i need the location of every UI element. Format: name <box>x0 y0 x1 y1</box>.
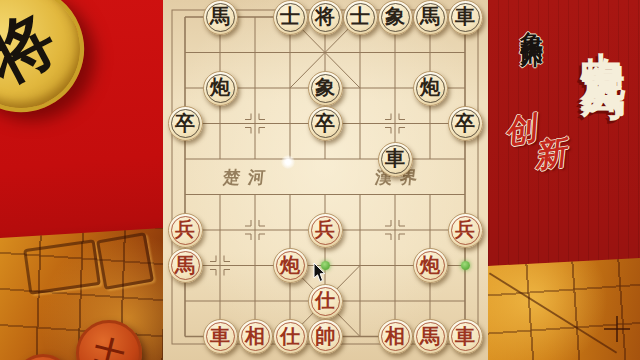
piece-glyph: 帥 <box>315 326 335 346</box>
board-point-2-8[interactable] <box>238 283 273 319</box>
piece-red-advisor[interactable]: 仕 <box>308 284 343 319</box>
board-point-0-5[interactable] <box>168 177 203 213</box>
board-point-7-6[interactable] <box>413 212 448 248</box>
decor-general-piece: 将 <box>0 0 103 131</box>
board-point-8-9[interactable]: 車 <box>448 319 483 355</box>
board-point-8-0[interactable]: 車 <box>448 0 483 35</box>
board-point-1-7[interactable] <box>203 248 238 284</box>
piece-glyph: 卒 <box>315 113 335 133</box>
piece-glyph: 馬 <box>210 6 230 26</box>
piece-glyph: 象 <box>315 77 335 97</box>
move-hint-dot[interactable] <box>461 261 470 270</box>
piece-red-soldier[interactable]: 兵 <box>168 213 203 248</box>
board-point-6-4[interactable]: 車 <box>378 141 413 177</box>
board-point-6-0[interactable]: 象 <box>378 0 413 35</box>
piece-glyph: 士 <box>350 6 370 26</box>
piece-glyph: 馬 <box>175 255 195 275</box>
board-point-6-8[interactable] <box>378 283 413 319</box>
board-point-5-3[interactable] <box>343 106 378 142</box>
sparkle-effect <box>281 155 295 169</box>
board-point-1-2[interactable]: 炮 <box>203 70 238 106</box>
piece-red-cannon[interactable]: 炮 <box>413 248 448 283</box>
board-point-5-7[interactable] <box>343 248 378 284</box>
app-window: 将 士 楚河 漢界 馬士将士象馬車炮象炮卒卒卒車兵兵兵馬炮炮仕車相仕帥相馬車 象… <box>0 0 640 360</box>
board-point-3-0[interactable]: 士 <box>273 0 308 35</box>
piece-black-soldier[interactable]: 卒 <box>448 106 483 141</box>
board-point-0-8[interactable] <box>168 283 203 319</box>
board-point-0-4[interactable] <box>168 141 203 177</box>
piece-glyph: 相 <box>245 326 265 346</box>
board-point-6-5[interactable] <box>378 177 413 213</box>
board-photo-left: 士 <box>0 226 163 360</box>
board-point-0-9[interactable] <box>168 319 203 355</box>
board-point-5-2[interactable] <box>343 70 378 106</box>
board-point-8-3[interactable]: 卒 <box>448 106 483 142</box>
board-point-4-1[interactable] <box>308 35 343 71</box>
board-point-5-1[interactable] <box>343 35 378 71</box>
board-point-1-1[interactable] <box>203 35 238 71</box>
piece-glyph: 車 <box>385 148 405 168</box>
board-point-8-4[interactable] <box>448 141 483 177</box>
piece-black-chariot[interactable]: 車 <box>448 0 483 35</box>
board-point-7-9[interactable]: 馬 <box>413 319 448 355</box>
board-point-8-5[interactable] <box>448 177 483 213</box>
board-point-3-5[interactable] <box>273 177 308 213</box>
piece-glyph: 兵 <box>175 219 195 239</box>
board-point-8-1[interactable] <box>448 35 483 71</box>
board-point-2-5[interactable] <box>238 177 273 213</box>
piece-glyph: 炮 <box>210 77 230 97</box>
board-point-4-3[interactable]: 卒 <box>308 106 343 142</box>
piece-glyph: 相 <box>385 326 405 346</box>
board-point-2-2[interactable] <box>238 70 273 106</box>
piece-glyph: 卒 <box>455 113 475 133</box>
calligraphy-char-2: 新 <box>532 136 568 172</box>
photo-star-marker <box>604 316 630 342</box>
episode-title: 中炮对屏风马 <box>578 16 628 52</box>
board-point-2-1[interactable] <box>238 35 273 71</box>
board-point-5-0[interactable]: 士 <box>343 0 378 35</box>
piece-black-cannon[interactable]: 炮 <box>203 71 238 106</box>
board-point-4-9[interactable]: 帥 <box>308 319 343 355</box>
piece-glyph: 車 <box>455 6 475 26</box>
piece-black-chariot[interactable]: 車 <box>378 142 413 177</box>
piece-glyph: 士 <box>280 6 300 26</box>
piece-glyph: 兵 <box>455 219 475 239</box>
piece-glyph: 将 <box>315 6 335 26</box>
board-point-6-6[interactable] <box>378 212 413 248</box>
board-point-8-2[interactable] <box>448 70 483 106</box>
piece-red-advisor[interactable]: 仕 <box>273 319 308 354</box>
board-photo-right <box>488 258 640 360</box>
board-point-2-4[interactable] <box>238 141 273 177</box>
mouse-cursor-icon <box>313 263 327 283</box>
board-point-2-9[interactable]: 相 <box>238 319 273 355</box>
left-decor-panel: 将 士 <box>0 0 163 360</box>
piece-black-advisor[interactable]: 士 <box>343 0 378 35</box>
board-point-7-1[interactable] <box>413 35 448 71</box>
piece-glyph: 兵 <box>315 219 335 239</box>
board-point-0-3[interactable]: 卒 <box>168 106 203 142</box>
board-point-6-1[interactable] <box>378 35 413 71</box>
board-point-3-6[interactable] <box>273 212 308 248</box>
board-point-0-2[interactable] <box>168 70 203 106</box>
board-point-6-7[interactable] <box>378 248 413 284</box>
board-point-6-9[interactable]: 相 <box>378 319 413 355</box>
board-point-6-3[interactable] <box>378 106 413 142</box>
board-point-8-6[interactable]: 兵 <box>448 212 483 248</box>
board-point-0-6[interactable]: 兵 <box>168 212 203 248</box>
board-point-3-7[interactable]: 炮 <box>273 248 308 284</box>
piece-red-cannon[interactable]: 炮 <box>273 248 308 283</box>
piece-glyph: 車 <box>455 326 475 346</box>
board-point-5-5[interactable] <box>343 177 378 213</box>
board-point-1-0[interactable]: 馬 <box>203 0 238 35</box>
decor-red-piece-char: 士 <box>89 329 128 360</box>
piece-glyph: 炮 <box>420 77 440 97</box>
piece-black-horse[interactable]: 馬 <box>203 0 238 35</box>
piece-red-soldier[interactable]: 兵 <box>448 213 483 248</box>
board-point-3-9[interactable]: 仕 <box>273 319 308 355</box>
board-point-7-0[interactable]: 馬 <box>413 0 448 35</box>
piece-black-cannon[interactable]: 炮 <box>413 71 448 106</box>
board-point-7-3[interactable] <box>413 106 448 142</box>
board-point-1-3[interactable] <box>203 106 238 142</box>
board-point-2-6[interactable] <box>238 212 273 248</box>
board-point-2-3[interactable] <box>238 106 273 142</box>
piece-glyph: 炮 <box>420 255 440 275</box>
piece-black-advisor[interactable]: 士 <box>273 0 308 35</box>
board-point-4-6[interactable]: 兵 <box>308 212 343 248</box>
piece-black-elephant[interactable]: 象 <box>378 0 413 35</box>
board-point-3-1[interactable] <box>273 35 308 71</box>
board-point-7-5[interactable] <box>413 177 448 213</box>
piece-red-horse[interactable]: 馬 <box>168 248 203 283</box>
piece-glyph: 馬 <box>420 326 440 346</box>
piece-glyph: 炮 <box>280 255 300 275</box>
xiangqi-board: 楚河 漢界 馬士将士象馬車炮象炮卒卒卒車兵兵兵馬炮炮仕車相仕帥相馬車 <box>163 0 488 360</box>
board-point-1-4[interactable] <box>203 141 238 177</box>
board-grid: 馬士将士象馬車炮象炮卒卒卒車兵兵兵馬炮炮仕車相仕帥相馬車 <box>168 0 483 354</box>
piece-glyph: 象 <box>385 6 405 26</box>
board-point-4-5[interactable] <box>308 177 343 213</box>
board-point-4-8[interactable]: 仕 <box>308 283 343 319</box>
piece-black-horse[interactable]: 馬 <box>413 0 448 35</box>
board-point-1-5[interactable] <box>203 177 238 213</box>
board-point-1-8[interactable] <box>203 283 238 319</box>
board-point-7-4[interactable] <box>413 141 448 177</box>
board-point-3-3[interactable] <box>273 106 308 142</box>
piece-black-elephant[interactable]: 象 <box>308 71 343 106</box>
board-point-5-4[interactable] <box>343 141 378 177</box>
board-point-0-1[interactable] <box>168 35 203 71</box>
piece-red-soldier[interactable]: 兵 <box>308 213 343 248</box>
board-point-1-9[interactable]: 車 <box>203 319 238 355</box>
piece-glyph: 卒 <box>175 113 195 133</box>
decor-general-char: 将 <box>0 4 66 93</box>
board-point-6-2[interactable] <box>378 70 413 106</box>
board-point-5-8[interactable] <box>343 283 378 319</box>
brand-text: 象棋大师 <box>516 12 547 32</box>
piece-glyph: 仕 <box>315 290 335 310</box>
board-point-1-6[interactable] <box>203 212 238 248</box>
piece-glyph: 仕 <box>280 326 300 346</box>
piece-glyph: 馬 <box>420 6 440 26</box>
board-point-7-2[interactable]: 炮 <box>413 70 448 106</box>
photo-grid-lines <box>488 258 640 360</box>
piece-red-chariot[interactable]: 車 <box>448 319 483 354</box>
piece-red-chariot[interactable]: 車 <box>203 319 238 354</box>
board-point-4-2[interactable]: 象 <box>308 70 343 106</box>
piece-red-horse[interactable]: 馬 <box>413 319 448 354</box>
board-point-3-2[interactable] <box>273 70 308 106</box>
board-point-2-7[interactable] <box>238 248 273 284</box>
board-point-4-0[interactable]: 将 <box>308 0 343 35</box>
piece-glyph: 車 <box>210 326 230 346</box>
board-point-0-7[interactable]: 馬 <box>168 248 203 284</box>
board-point-2-0[interactable] <box>238 0 273 35</box>
board-point-7-8[interactable] <box>413 283 448 319</box>
board-point-3-8[interactable] <box>273 283 308 319</box>
piece-black-soldier[interactable]: 卒 <box>168 106 203 141</box>
board-point-7-7[interactable]: 炮 <box>413 248 448 284</box>
piece-black-soldier[interactable]: 卒 <box>308 106 343 141</box>
piece-red-general[interactable]: 帥 <box>308 319 343 354</box>
board-point-4-4[interactable] <box>308 141 343 177</box>
piece-red-elephant[interactable]: 相 <box>238 319 273 354</box>
board-point-8-8[interactable] <box>448 283 483 319</box>
board-point-5-9[interactable] <box>343 319 378 355</box>
piece-red-elephant[interactable]: 相 <box>378 319 413 354</box>
board-point-5-6[interactable] <box>343 212 378 248</box>
carved-character-shape <box>96 232 154 290</box>
piece-black-general[interactable]: 将 <box>308 0 343 35</box>
calligraphy-text: 创 新 <box>498 112 568 192</box>
board-point-0-0[interactable] <box>168 0 203 35</box>
